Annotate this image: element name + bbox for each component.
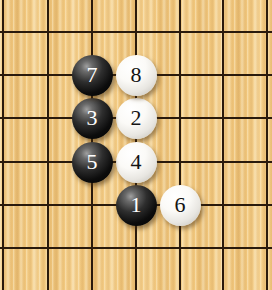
stone-white-8[interactable]: 8 <box>116 55 157 96</box>
go-board[interactable]: 12345678 <box>0 0 272 290</box>
stone-black-3[interactable]: 3 <box>72 98 113 139</box>
stone-white-2[interactable]: 2 <box>116 98 157 139</box>
grid-hline-5 <box>0 247 272 249</box>
stone-black-1[interactable]: 1 <box>116 185 157 226</box>
stone-white-4[interactable]: 4 <box>116 142 157 183</box>
stone-black-5[interactable]: 5 <box>72 142 113 183</box>
stone-white-6[interactable]: 6 <box>160 185 201 226</box>
stone-black-7[interactable]: 7 <box>72 55 113 96</box>
grid-hline-0 <box>0 31 272 33</box>
